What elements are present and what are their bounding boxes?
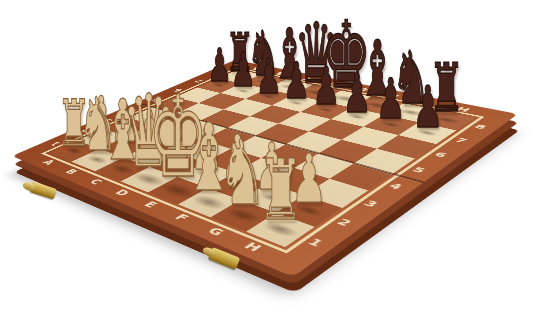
chess-board: AA88BB77CC66DD55EE44FF33GG22HH11 [12, 60, 518, 277]
chess-set-photo: AA88BB77CC66DD55EE44FF33GG22HH11 ♜♞♝♛♚♝♞… [0, 0, 533, 316]
